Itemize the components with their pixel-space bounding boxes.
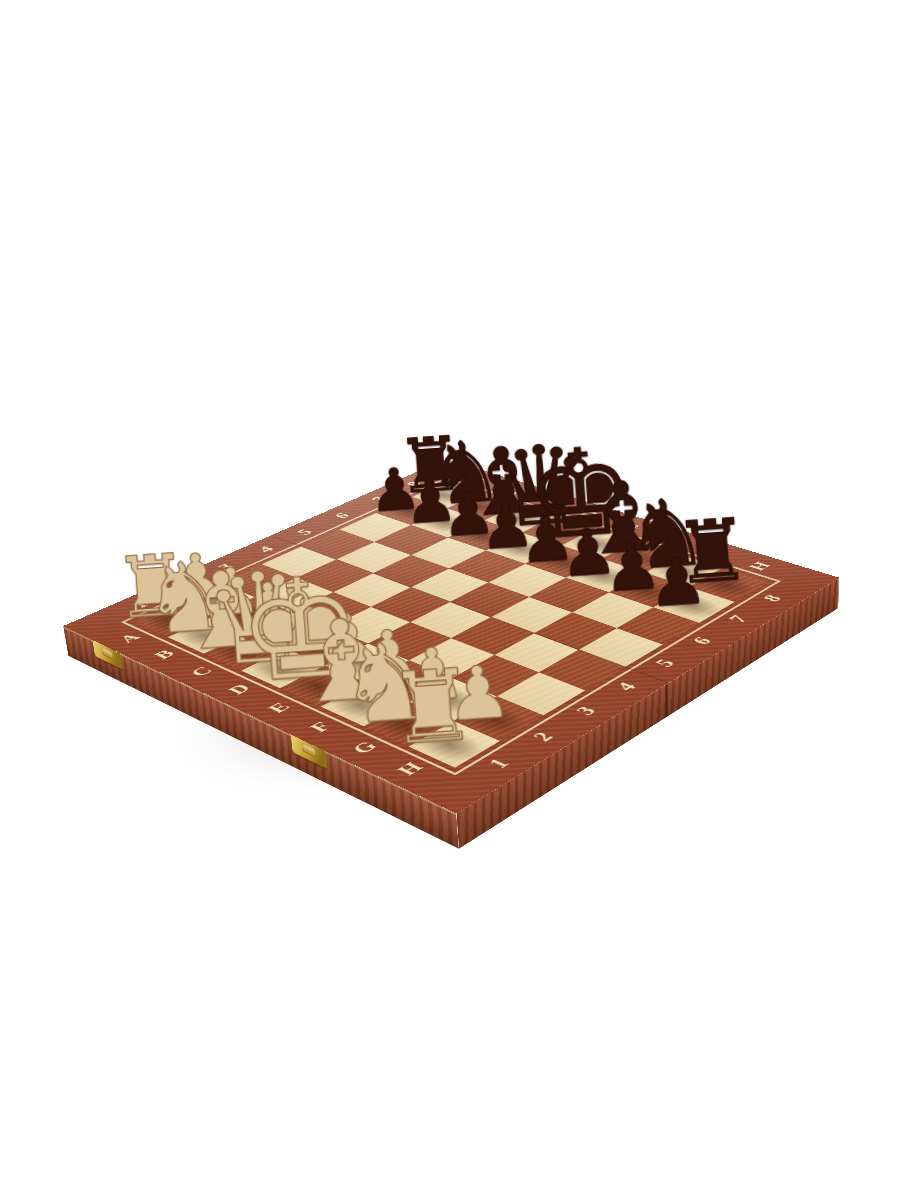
piece-glyph: ♟	[600, 545, 755, 618]
piece-glyph: ♜	[343, 655, 521, 760]
product-photo-scene: ♜♞♝♛♚♝♞♜♟♟♟♟♟♟♟♟♟♟♟♟♟♟♟♟♜♞♝♛♚♝♞♜ ABCDEFG…	[0, 0, 900, 1200]
wall-seam-right	[665, 684, 667, 718]
